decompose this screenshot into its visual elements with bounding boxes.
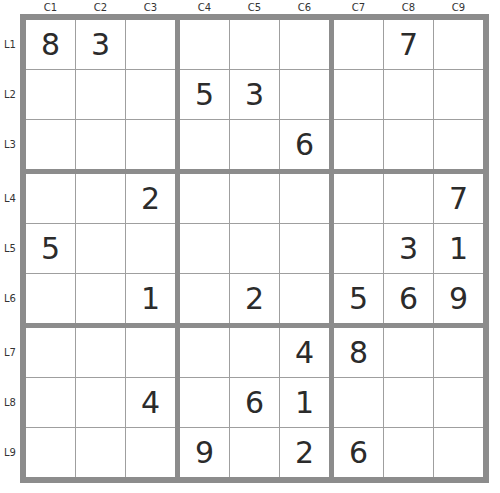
cell-L1C9[interactable] (434, 20, 483, 69)
cell-L4C1[interactable] (26, 174, 75, 223)
cell-L1C6[interactable] (280, 20, 329, 69)
cell-L6C8[interactable]: 6 (384, 274, 433, 323)
cell-L2C1[interactable] (26, 70, 75, 119)
row-label-group: L1L2L3 (0, 20, 20, 169)
column-label-group: C4C5C6 (180, 2, 329, 14)
column-labels: C1C2C3C4C5C6C7C8C9 (20, 0, 489, 14)
cell-L4C7[interactable] (334, 174, 383, 223)
row-label-L7: L7 (0, 328, 20, 377)
cell-L7C2[interactable] (76, 328, 125, 377)
row-labels: L1L2L3L4L5L6L7L8L9 (0, 14, 20, 483)
cell-L2C2[interactable] (76, 70, 125, 119)
cell-L4C5[interactable] (230, 174, 279, 223)
cell-L1C2[interactable]: 3 (76, 20, 125, 69)
cell-L6C3[interactable]: 1 (126, 274, 175, 323)
cell-L9C1[interactable] (26, 428, 75, 477)
cell-L3C1[interactable] (26, 120, 75, 169)
cell-L8C2[interactable] (76, 378, 125, 427)
cell-L3C4[interactable] (180, 120, 229, 169)
row-label-L9: L9 (0, 428, 20, 477)
cell-L3C9[interactable] (434, 120, 483, 169)
cell-L3C3[interactable] (126, 120, 175, 169)
cell-L6C1[interactable] (26, 274, 75, 323)
cell-L7C1[interactable] (26, 328, 75, 377)
cell-L5C4[interactable] (180, 224, 229, 273)
cell-L1C8[interactable]: 7 (384, 20, 433, 69)
cell-L1C7[interactable] (334, 20, 383, 69)
box-5: 2 (180, 174, 329, 323)
cell-L3C2[interactable] (76, 120, 125, 169)
cell-L6C2[interactable] (76, 274, 125, 323)
box-2: 536 (180, 20, 329, 169)
cell-L1C4[interactable] (180, 20, 229, 69)
cell-L8C5[interactable]: 6 (230, 378, 279, 427)
row-label-L6: L6 (0, 274, 20, 323)
cell-L5C1[interactable]: 5 (26, 224, 75, 273)
cell-L7C7[interactable]: 8 (334, 328, 383, 377)
row-label-L4: L4 (0, 174, 20, 223)
cell-L5C5[interactable] (230, 224, 279, 273)
cell-L9C8[interactable] (384, 428, 433, 477)
cell-L7C9[interactable] (434, 328, 483, 377)
row-label-group: L4L5L6 (0, 174, 20, 323)
box-1: 83 (26, 20, 175, 169)
sudoku-layout: C1C2C3C4C5C6C7C8C9 L1L2L3L4L5L6L7L8L9 83… (0, 0, 500, 483)
cell-L3C8[interactable] (384, 120, 433, 169)
row-label-L1: L1 (0, 20, 20, 69)
cell-L2C4[interactable]: 5 (180, 70, 229, 119)
cell-L4C2[interactable] (76, 174, 125, 223)
row-label-L8: L8 (0, 378, 20, 427)
cell-L9C2[interactable] (76, 428, 125, 477)
corner-spacer (0, 0, 20, 14)
cell-L2C3[interactable] (126, 70, 175, 119)
cell-L8C3[interactable]: 4 (126, 378, 175, 427)
cell-L8C8[interactable] (384, 378, 433, 427)
cell-L9C3[interactable] (126, 428, 175, 477)
cell-L7C5[interactable] (230, 328, 279, 377)
cell-L1C3[interactable] (126, 20, 175, 69)
cell-L2C9[interactable] (434, 70, 483, 119)
cell-L6C4[interactable] (180, 274, 229, 323)
row-label-L5: L5 (0, 224, 20, 273)
column-label-C1: C1 (26, 2, 75, 14)
cell-L9C9[interactable] (434, 428, 483, 477)
cell-L4C6[interactable] (280, 174, 329, 223)
box-6: 731569 (334, 174, 483, 323)
column-label-C2: C2 (76, 2, 125, 14)
cell-L6C6[interactable] (280, 274, 329, 323)
cell-L8C9[interactable] (434, 378, 483, 427)
cell-L4C3[interactable]: 2 (126, 174, 175, 223)
column-label-C4: C4 (180, 2, 229, 14)
box-3: 7 (334, 20, 483, 169)
cell-L5C7[interactable] (334, 224, 383, 273)
cell-L6C7[interactable]: 5 (334, 274, 383, 323)
cell-L2C7[interactable] (334, 70, 383, 119)
cell-L2C8[interactable] (384, 70, 433, 119)
box-9: 86 (334, 328, 483, 477)
row-label-group: L7L8L9 (0, 328, 20, 477)
cell-L5C8[interactable]: 3 (384, 224, 433, 273)
cell-L3C7[interactable] (334, 120, 383, 169)
cell-L4C4[interactable] (180, 174, 229, 223)
cell-L7C4[interactable] (180, 328, 229, 377)
cell-L5C9[interactable]: 1 (434, 224, 483, 273)
column-label-group: C1C2C3 (26, 2, 175, 14)
cell-L4C8[interactable] (384, 174, 433, 223)
box-4: 251 (26, 174, 175, 323)
column-label-C9: C9 (434, 2, 483, 14)
cell-L5C3[interactable] (126, 224, 175, 273)
cell-L9C5[interactable] (230, 428, 279, 477)
cell-L7C3[interactable] (126, 328, 175, 377)
cell-L4C9[interactable]: 7 (434, 174, 483, 223)
cell-L2C6[interactable] (280, 70, 329, 119)
cell-L7C8[interactable] (384, 328, 433, 377)
box-8: 46192 (180, 328, 329, 477)
cell-L6C5[interactable]: 2 (230, 274, 279, 323)
column-label-C3: C3 (126, 2, 175, 14)
cell-L1C5[interactable] (230, 20, 279, 69)
cell-L3C5[interactable] (230, 120, 279, 169)
row-label-L2: L2 (0, 70, 20, 119)
cell-L1C1[interactable]: 8 (26, 20, 75, 69)
column-label-C7: C7 (334, 2, 383, 14)
column-label-C5: C5 (230, 2, 279, 14)
cell-L7C6[interactable]: 4 (280, 328, 329, 377)
cell-L8C7[interactable] (334, 378, 383, 427)
column-label-C8: C8 (384, 2, 433, 14)
cell-L8C1[interactable] (26, 378, 75, 427)
cell-L5C2[interactable] (76, 224, 125, 273)
box-7: 4 (26, 328, 175, 477)
column-label-group: C7C8C9 (334, 2, 483, 14)
column-label-C6: C6 (280, 2, 329, 14)
cell-L9C6[interactable]: 2 (280, 428, 329, 477)
cell-L9C7[interactable]: 6 (334, 428, 383, 477)
row-label-L3: L3 (0, 120, 20, 169)
cell-L6C9[interactable]: 9 (434, 274, 483, 323)
cell-L8C6[interactable]: 1 (280, 378, 329, 427)
cell-L3C6[interactable]: 6 (280, 120, 329, 169)
cell-L8C4[interactable] (180, 378, 229, 427)
cell-L5C6[interactable] (280, 224, 329, 273)
sudoku-board: 835367251273156944619286 (20, 14, 489, 483)
cell-L2C5[interactable]: 3 (230, 70, 279, 119)
cell-L9C4[interactable]: 9 (180, 428, 229, 477)
